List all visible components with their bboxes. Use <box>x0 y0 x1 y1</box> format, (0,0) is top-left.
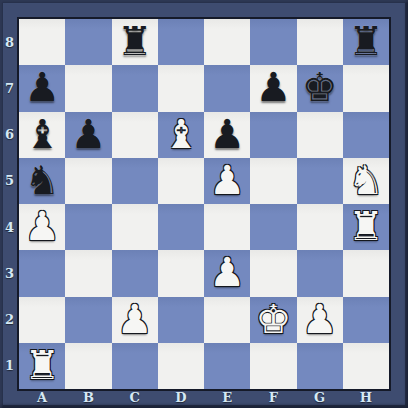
square-g7[interactable]: ♚ <box>297 65 343 111</box>
square-f2[interactable]: ♚ <box>250 297 296 343</box>
square-f4[interactable] <box>250 204 296 250</box>
square-d2[interactable] <box>158 297 204 343</box>
file-label-h: H <box>343 387 389 408</box>
square-a3[interactable] <box>19 250 65 296</box>
piece-white-pawn: ♟ <box>117 299 153 339</box>
square-a5[interactable]: ♞ <box>19 158 65 204</box>
square-d4[interactable] <box>158 204 204 250</box>
square-d7[interactable] <box>158 65 204 111</box>
piece-black-pawn: ♟ <box>209 114 245 154</box>
piece-black-rook: ♜ <box>117 21 153 61</box>
square-c2[interactable]: ♟ <box>112 297 158 343</box>
square-e3[interactable]: ♟ <box>204 250 250 296</box>
square-a6[interactable]: ♝ <box>19 112 65 158</box>
square-c8[interactable]: ♜ <box>112 19 158 65</box>
square-a4[interactable]: ♟ <box>19 204 65 250</box>
rank-labels: 87654321 <box>0 19 19 389</box>
square-b2[interactable] <box>65 297 111 343</box>
board-frame: 87654321 ♜♜♟♟♚♝♟♝♟♞♟♞♟♜♟♟♚♟♜ ABCDEFGH <box>0 0 408 408</box>
piece-white-rook: ♜ <box>24 345 60 385</box>
square-c1[interactable] <box>112 343 158 389</box>
square-a1[interactable]: ♜ <box>19 343 65 389</box>
square-e1[interactable] <box>204 343 250 389</box>
square-g5[interactable] <box>297 158 343 204</box>
square-d6[interactable]: ♝ <box>158 112 204 158</box>
square-b6[interactable]: ♟ <box>65 112 111 158</box>
square-d5[interactable] <box>158 158 204 204</box>
square-c6[interactable] <box>112 112 158 158</box>
piece-white-pawn: ♟ <box>24 206 60 246</box>
square-h6[interactable] <box>343 112 389 158</box>
square-e4[interactable] <box>204 204 250 250</box>
square-f5[interactable] <box>250 158 296 204</box>
square-b3[interactable] <box>65 250 111 296</box>
piece-white-knight: ♞ <box>348 160 384 200</box>
square-a7[interactable]: ♟ <box>19 65 65 111</box>
square-e8[interactable] <box>204 19 250 65</box>
square-b4[interactable] <box>65 204 111 250</box>
square-h5[interactable]: ♞ <box>343 158 389 204</box>
square-c7[interactable] <box>112 65 158 111</box>
square-h7[interactable] <box>343 65 389 111</box>
piece-white-pawn: ♟ <box>209 160 245 200</box>
file-labels: ABCDEFGH <box>19 387 389 408</box>
piece-white-king: ♚ <box>255 299 291 339</box>
square-c3[interactable] <box>112 250 158 296</box>
square-h1[interactable] <box>343 343 389 389</box>
square-b1[interactable] <box>65 343 111 389</box>
square-g2[interactable]: ♟ <box>297 297 343 343</box>
square-c5[interactable] <box>112 158 158 204</box>
square-e6[interactable]: ♟ <box>204 112 250 158</box>
file-label-e: E <box>204 387 250 408</box>
square-f6[interactable] <box>250 112 296 158</box>
file-label-b: B <box>65 387 111 408</box>
square-c4[interactable] <box>112 204 158 250</box>
square-h8[interactable]: ♜ <box>343 19 389 65</box>
square-f7[interactable]: ♟ <box>250 65 296 111</box>
file-label-g: G <box>297 387 343 408</box>
piece-black-pawn: ♟ <box>24 67 60 107</box>
square-g6[interactable] <box>297 112 343 158</box>
square-g8[interactable] <box>297 19 343 65</box>
rank-label-5: 5 <box>0 158 19 204</box>
file-label-c: C <box>112 387 158 408</box>
square-a2[interactable] <box>19 297 65 343</box>
square-b5[interactable] <box>65 158 111 204</box>
square-g3[interactable] <box>297 250 343 296</box>
rank-label-3: 3 <box>0 250 19 296</box>
piece-black-knight: ♞ <box>24 160 60 200</box>
square-h2[interactable] <box>343 297 389 343</box>
piece-black-pawn: ♟ <box>255 67 291 107</box>
piece-white-pawn: ♟ <box>209 252 245 292</box>
square-f3[interactable] <box>250 250 296 296</box>
square-h3[interactable] <box>343 250 389 296</box>
square-a8[interactable] <box>19 19 65 65</box>
square-d3[interactable] <box>158 250 204 296</box>
piece-black-king: ♚ <box>302 67 338 107</box>
piece-white-pawn: ♟ <box>302 299 338 339</box>
square-d8[interactable] <box>158 19 204 65</box>
rank-label-7: 7 <box>0 65 19 111</box>
piece-black-pawn: ♟ <box>70 114 106 154</box>
square-b8[interactable] <box>65 19 111 65</box>
square-g4[interactable] <box>297 204 343 250</box>
piece-white-bishop: ♝ <box>163 114 199 154</box>
square-b7[interactable] <box>65 65 111 111</box>
square-e2[interactable] <box>204 297 250 343</box>
square-g1[interactable] <box>297 343 343 389</box>
rank-label-6: 6 <box>0 112 19 158</box>
file-label-a: A <box>19 387 65 408</box>
rank-label-1: 1 <box>0 343 19 389</box>
piece-white-rook: ♜ <box>348 206 384 246</box>
square-f8[interactable] <box>250 19 296 65</box>
rank-label-8: 8 <box>0 19 19 65</box>
rank-label-4: 4 <box>0 204 19 250</box>
file-label-f: F <box>250 387 296 408</box>
square-e5[interactable]: ♟ <box>204 158 250 204</box>
square-e7[interactable] <box>204 65 250 111</box>
square-d1[interactable] <box>158 343 204 389</box>
chess-board: ♜♜♟♟♚♝♟♝♟♞♟♞♟♜♟♟♚♟♜ <box>19 19 389 389</box>
piece-black-bishop: ♝ <box>24 114 60 154</box>
square-f1[interactable] <box>250 343 296 389</box>
rank-label-2: 2 <box>0 297 19 343</box>
piece-black-rook: ♜ <box>348 21 384 61</box>
square-h4[interactable]: ♜ <box>343 204 389 250</box>
file-label-d: D <box>158 387 204 408</box>
